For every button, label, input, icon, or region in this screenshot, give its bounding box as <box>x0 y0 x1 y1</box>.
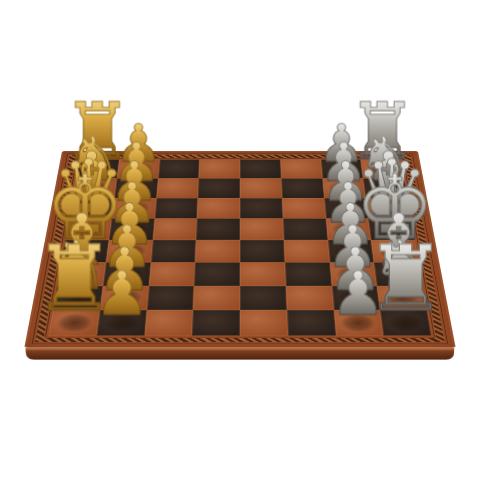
square-d5[interactable] <box>240 219 284 240</box>
square-e5[interactable] <box>240 240 285 262</box>
square-e4[interactable] <box>195 240 240 262</box>
square-h5[interactable] <box>240 310 288 336</box>
square-b5[interactable] <box>240 178 282 198</box>
square-h4[interactable] <box>192 310 240 336</box>
chess-set-photo: ♜♞♝♛♚♝♞♜♟♟♟♟♟♟♟♟♟♟♟♟♟♟♟♟♜♞♝♛♚♝♞♜ <box>0 0 480 480</box>
scene: ♜♞♝♛♚♝♞♜♟♟♟♟♟♟♟♟♟♟♟♟♟♟♟♟♜♞♝♛♚♝♞♜ <box>0 0 480 480</box>
square-g4[interactable] <box>193 286 240 310</box>
square-c5[interactable] <box>240 198 283 219</box>
square-a4[interactable] <box>199 159 240 178</box>
black-rook-glyph: ♜ <box>357 234 454 325</box>
square-f5[interactable] <box>240 262 286 285</box>
square-g5[interactable] <box>240 286 287 310</box>
square-c4[interactable] <box>197 198 240 219</box>
square-f4[interactable] <box>194 262 240 285</box>
square-d4[interactable] <box>196 219 240 240</box>
white-pawn-glyph: ♟ <box>73 264 170 325</box>
chessboard[interactable]: ♜♞♝♛♚♝♞♜♟♟♟♟♟♟♟♟♟♟♟♟♟♟♟♟♜♞♝♛♚♝♞♜ <box>24 151 455 348</box>
square-a5[interactable] <box>240 159 281 178</box>
board-side-edge <box>25 348 454 360</box>
playing-field: ♜♞♝♛♚♝♞♜♟♟♟♟♟♟♟♟♟♟♟♟♟♟♟♟♜♞♝♛♚♝♞♜ <box>49 159 432 335</box>
square-b4[interactable] <box>198 178 240 198</box>
